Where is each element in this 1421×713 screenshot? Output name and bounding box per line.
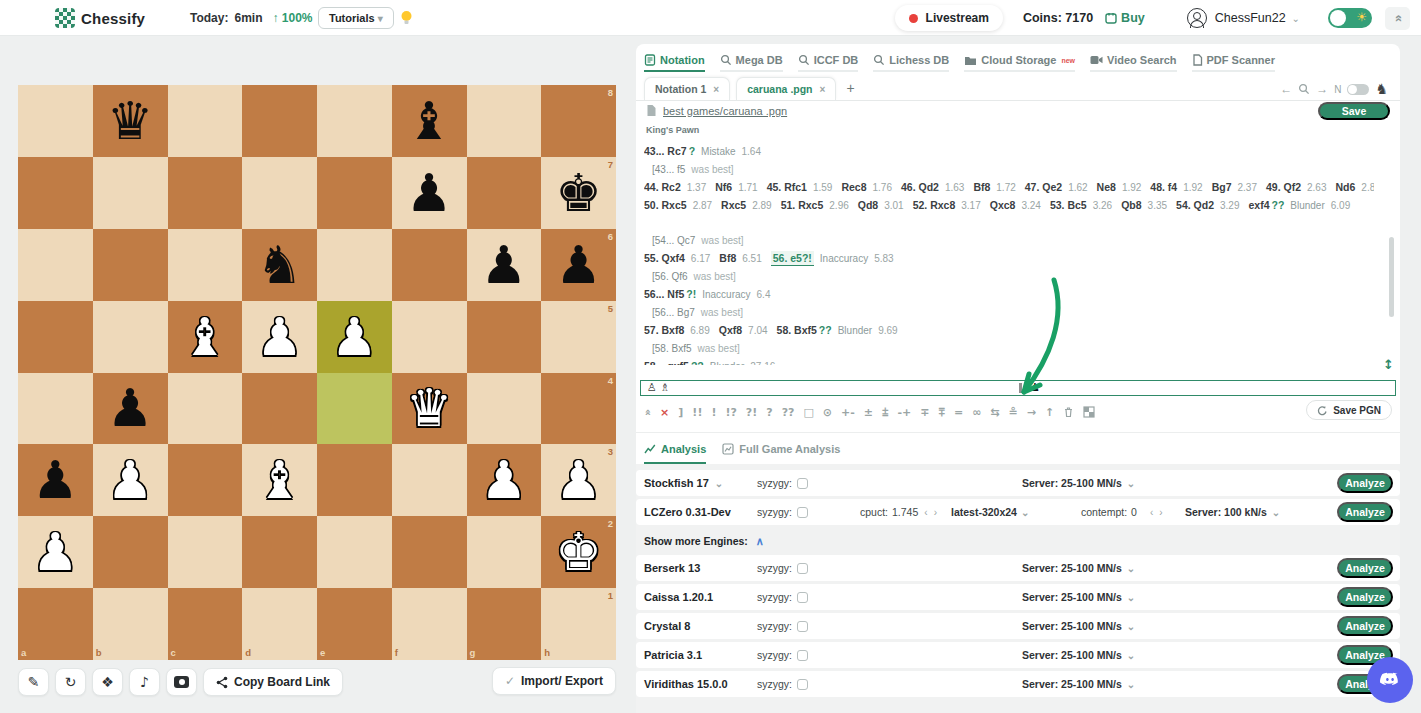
resize-handle-icon[interactable]: ↕ bbox=[1383, 357, 1394, 372]
square-h5[interactable]: 5 bbox=[541, 301, 616, 373]
promote-variation-icon[interactable]: » bbox=[641, 408, 654, 415]
server-select[interactable]: Server: 25-100 MN/s⌄ bbox=[1022, 613, 1135, 639]
current-move[interactable]: 56. e5?! bbox=[771, 251, 814, 266]
square-h4[interactable]: 4 bbox=[541, 373, 616, 445]
forward-arrow-icon[interactable]: → bbox=[1316, 82, 1328, 96]
annotation-symbol[interactable]: × bbox=[660, 406, 669, 419]
black-bishop[interactable]: ♝ bbox=[392, 85, 467, 157]
move-line: 58... gxf5??Blunder27.16 bbox=[644, 356, 1374, 365]
network-select[interactable]: latest-320x24⌄ bbox=[951, 499, 1029, 525]
white-pawn[interactable]: ♟ bbox=[93, 444, 168, 516]
square-c4[interactable] bbox=[168, 373, 243, 445]
syzygy-option: syzygy: bbox=[757, 642, 808, 668]
contempt-setting: contempt:0 bbox=[1081, 499, 1137, 525]
eval: 3.26 bbox=[1093, 200, 1112, 211]
analyze-button[interactable]: Analyze bbox=[1337, 502, 1393, 522]
move[interactable]: 47. Qe2 bbox=[1025, 181, 1062, 193]
move[interactable]: 50. Rxc5 bbox=[644, 199, 687, 211]
annotation-symbol[interactable]: ⇆ bbox=[990, 406, 999, 419]
white-pawn[interactable]: ♟ bbox=[541, 444, 616, 516]
square-a8[interactable] bbox=[18, 85, 93, 157]
coins-balance: Coins: 7170 bbox=[1023, 11, 1093, 25]
square-h2[interactable]: 2♚ bbox=[541, 516, 616, 588]
board-toolbar: ✎ ↻ ❖ ♪ Copy Board Link ✓ Import/ Export bbox=[18, 667, 616, 697]
square-b5[interactable] bbox=[93, 301, 168, 373]
server-caret-icon: ⌄ bbox=[1127, 621, 1135, 632]
tutorials-button[interactable]: Tutorials ▾ bbox=[318, 7, 394, 29]
server-caret-icon: ⌄ bbox=[1127, 592, 1135, 603]
move[interactable]: Qxc8 bbox=[990, 199, 1016, 211]
annotation-symbol[interactable]: ≗ bbox=[1009, 406, 1018, 419]
eval: 1.64 bbox=[742, 146, 761, 157]
move[interactable]: 58. Bxf5 bbox=[777, 324, 817, 336]
move-list: 43... Rc7?Mistake1.64[43... f5was best]4… bbox=[644, 141, 1374, 365]
copy-board-link-button[interactable]: Copy Board Link bbox=[203, 668, 343, 696]
square-d5[interactable]: ♟ bbox=[242, 301, 317, 373]
add-tab-button[interactable]: + bbox=[842, 80, 858, 100]
engine-name[interactable]: Patricia 3.1 bbox=[644, 642, 702, 668]
engine-row-caissa-1-20-1: Caissa 1.20.1syzygy:Server: 25-100 MN/s⌄… bbox=[636, 584, 1400, 610]
square-a3[interactable]: ♟ bbox=[18, 444, 93, 516]
move-label: Blunder bbox=[710, 361, 744, 365]
move-label: Mistake bbox=[701, 146, 735, 157]
increment-icon[interactable]: › bbox=[932, 507, 939, 518]
move[interactable]: 56... Nf5 bbox=[644, 288, 684, 300]
move[interactable]: 58... gxf5 bbox=[644, 360, 689, 365]
square-c2[interactable] bbox=[168, 516, 243, 588]
engine-name[interactable]: LCZero 0.31-Dev bbox=[644, 499, 731, 525]
square-c3[interactable] bbox=[168, 444, 243, 516]
square-e1[interactable]: e bbox=[317, 588, 392, 660]
square-g4[interactable] bbox=[467, 373, 542, 445]
square-f7[interactable]: ♟ bbox=[392, 157, 467, 229]
captured-black-pieces: ♟ bbox=[1030, 381, 1040, 394]
increment-icon[interactable]: › bbox=[1157, 507, 1164, 518]
cpuct-value[interactable]: 1.745 bbox=[892, 506, 918, 518]
analyze-button[interactable]: Analyze bbox=[1337, 473, 1393, 493]
square-a7[interactable] bbox=[18, 157, 93, 229]
syzygy-checkbox[interactable] bbox=[797, 507, 808, 518]
move[interactable]: 53. Bc5 bbox=[1050, 199, 1087, 211]
tab-label: Lichess DB bbox=[889, 54, 949, 66]
square-h3[interactable]: 3♟ bbox=[541, 444, 616, 516]
square-f8[interactable]: ♝ bbox=[392, 85, 467, 157]
square-c6[interactable] bbox=[168, 229, 243, 301]
contempt-value[interactable]: 0 bbox=[1131, 506, 1137, 518]
contempt-label: contempt: bbox=[1081, 506, 1127, 518]
square-b3[interactable]: ♟ bbox=[93, 444, 168, 516]
move-line: 56... Nf5?!Inaccuracy6.4 bbox=[644, 284, 1374, 302]
square-b2[interactable] bbox=[93, 516, 168, 588]
annotation-symbol[interactable]: ? bbox=[766, 406, 772, 419]
nag: ?? bbox=[1271, 199, 1284, 211]
eval: 1.37 bbox=[687, 182, 706, 193]
square-e8[interactable] bbox=[317, 85, 392, 157]
syzygy-checkbox[interactable] bbox=[797, 650, 808, 661]
white-queen[interactable]: ♛ bbox=[392, 373, 467, 445]
new-badge: new bbox=[1061, 57, 1075, 64]
move[interactable]: 48. f4 bbox=[1150, 181, 1177, 193]
tab-iccf-db[interactable]: ICCF DB bbox=[798, 54, 859, 72]
user-menu-caret-icon[interactable]: ⌄ bbox=[1292, 13, 1300, 24]
tab-notation[interactable]: Notation bbox=[644, 54, 705, 72]
eval: 6.17 bbox=[691, 253, 710, 264]
move[interactable]: Ne8 bbox=[1097, 181, 1116, 193]
annotation-symbol[interactable]: +- bbox=[841, 406, 855, 419]
move-line: [56. Qf6was best] bbox=[644, 266, 1374, 284]
tutorials-dropdown[interactable]: Tutorials ▾ bbox=[318, 0, 413, 36]
annotation-symbol[interactable]: !? bbox=[725, 406, 736, 419]
tab-lichess-db[interactable]: Lichess DB bbox=[873, 54, 949, 72]
white-pawn[interactable]: ♟ bbox=[18, 516, 93, 588]
move[interactable]: Qxf8 bbox=[719, 324, 742, 336]
search-notation-icon[interactable] bbox=[1298, 83, 1310, 95]
eval: 3.24 bbox=[1021, 200, 1040, 211]
black-queen[interactable]: ♛ bbox=[93, 85, 168, 157]
syzygy-checkbox[interactable] bbox=[797, 592, 808, 603]
tab-mega-db[interactable]: Mega DB bbox=[720, 54, 783, 72]
variation-move[interactable]: [56... Bg7 bbox=[652, 307, 695, 318]
black-pawn[interactable]: ♟ bbox=[467, 229, 542, 301]
square-e3[interactable] bbox=[317, 444, 392, 516]
annotation-symbol[interactable]: ] bbox=[678, 406, 683, 419]
square-f1[interactable]: f bbox=[392, 588, 467, 660]
white-pawn[interactable]: ♟ bbox=[467, 444, 542, 516]
variation-move[interactable]: [54... Qc7 bbox=[652, 235, 695, 246]
theme-toggle[interactable]: ☀ bbox=[1328, 8, 1372, 28]
toggle-knob bbox=[1330, 10, 1346, 26]
square-f2[interactable] bbox=[392, 516, 467, 588]
server-select[interactable]: Server: 25-100 MN/s⌄ bbox=[1022, 555, 1135, 581]
square-c8[interactable] bbox=[168, 85, 243, 157]
annotation-symbol[interactable]: ?! bbox=[746, 406, 757, 419]
today-value: 6min bbox=[234, 11, 262, 25]
file-label-c: c bbox=[171, 647, 176, 658]
move[interactable]: Bf8 bbox=[719, 252, 736, 264]
syzygy-option: syzygy: bbox=[757, 613, 808, 639]
eval: 1.71 bbox=[738, 182, 757, 193]
syzygy-checkbox[interactable] bbox=[797, 679, 808, 690]
tab-pdf-scanner[interactable]: PDF Scanner bbox=[1192, 54, 1275, 72]
engine-name[interactable]: Caissa 1.20.1 bbox=[644, 584, 713, 610]
annotation-symbol[interactable]: ∓ bbox=[920, 406, 929, 419]
white-pawn[interactable]: ♟ bbox=[317, 301, 392, 373]
discord-icon bbox=[1377, 667, 1403, 693]
notation-file-tabs: Notation 1×caruana .pgn×+ bbox=[644, 77, 859, 100]
import-export-button[interactable]: ✓ Import/ Export bbox=[492, 667, 616, 695]
move[interactable]: 57. Bxf8 bbox=[644, 324, 684, 336]
black-pawn[interactable]: ♟ bbox=[18, 444, 93, 516]
move[interactable]: Bf8 bbox=[973, 181, 990, 193]
eval: 6.4 bbox=[757, 289, 771, 300]
nag: ?? bbox=[691, 360, 704, 365]
square-b4[interactable]: ♟ bbox=[93, 373, 168, 445]
square-e2[interactable] bbox=[317, 516, 392, 588]
move-line: 43... Rc7?Mistake1.64 bbox=[644, 141, 1374, 159]
chess-board: ♛♝8♟7♚♞♟6♟♝♟♟5♟♛4♟♟♝♟3♟♟2♚abcdefgh1 bbox=[18, 85, 616, 660]
square-g2[interactable] bbox=[467, 516, 542, 588]
square-f6[interactable] bbox=[392, 229, 467, 301]
annotation-symbol[interactable]: -+ bbox=[897, 406, 911, 419]
piece-set-button[interactable]: ❖ bbox=[92, 668, 123, 696]
eval: 2.63 bbox=[1307, 182, 1326, 193]
move[interactable]: Nf6 bbox=[715, 181, 732, 193]
move[interactable]: exf4 bbox=[1248, 199, 1269, 211]
tab-cloud-storage[interactable]: Cloud Storagenew bbox=[964, 54, 1075, 72]
syzygy-checkbox[interactable] bbox=[797, 563, 808, 574]
black-pawn[interactable]: ♟ bbox=[93, 373, 168, 445]
black-king[interactable]: ♚ bbox=[541, 157, 616, 229]
square-e7[interactable] bbox=[317, 157, 392, 229]
variation-label: was best] bbox=[691, 164, 733, 175]
pgn-file-link[interactable]: best games/caruana .pgn bbox=[663, 105, 787, 117]
annotation-symbol[interactable]: = bbox=[954, 406, 963, 419]
move[interactable]: 51. Rxc5 bbox=[781, 199, 824, 211]
decrement-icon[interactable]: ‹ bbox=[1148, 507, 1155, 518]
square-c1[interactable]: c bbox=[168, 588, 243, 660]
tab-full-game-analysis[interactable]: Full Game Analysis bbox=[722, 433, 840, 464]
square-b1[interactable]: b bbox=[93, 588, 168, 660]
square-e6[interactable] bbox=[317, 229, 392, 301]
analyze-button[interactable]: Analyze bbox=[1337, 616, 1393, 636]
tab-label: Video Search bbox=[1107, 54, 1177, 66]
syzygy-checkbox[interactable] bbox=[797, 478, 808, 489]
annotation-symbol[interactable]: □ bbox=[803, 406, 813, 419]
white-bishop[interactable]: ♝ bbox=[168, 301, 243, 373]
move-label: Inaccuracy bbox=[702, 289, 750, 300]
figurine-toggle[interactable] bbox=[1347, 84, 1369, 95]
tab-analysis[interactable]: Analysis bbox=[644, 433, 706, 464]
syzygy-option: syzygy: bbox=[757, 555, 808, 581]
sun-icon: ☀ bbox=[1356, 10, 1367, 24]
annotation-symbol[interactable]: !! bbox=[692, 406, 702, 419]
nag: ? bbox=[689, 145, 695, 157]
black-pawn[interactable]: ♟ bbox=[392, 157, 467, 229]
eval: 1.63 bbox=[945, 182, 964, 193]
eval: 27.16 bbox=[750, 361, 775, 365]
square-d4[interactable] bbox=[242, 373, 317, 445]
delete-move-icon[interactable] bbox=[1063, 406, 1074, 418]
move[interactable]: 44. Rc2 bbox=[644, 181, 681, 193]
annotation-symbol[interactable]: → bbox=[1027, 406, 1036, 419]
engine-name[interactable]: Berserk 13 bbox=[644, 555, 700, 581]
engine-name[interactable]: Stockfish 17⌄ bbox=[644, 470, 723, 496]
eval: 3.29 bbox=[1220, 200, 1239, 211]
eval: 3.17 bbox=[961, 200, 980, 211]
square-c5[interactable]: ♝ bbox=[168, 301, 243, 373]
screenshot-button[interactable] bbox=[166, 668, 197, 696]
show-more-label: Show more Engines: bbox=[644, 535, 748, 547]
engine-row-lczero-0-31-dev: LCZero 0.31-Devsyzygy:cpuct:1.745‹›lates… bbox=[636, 499, 1400, 525]
moves-scrollbar[interactable] bbox=[1389, 237, 1394, 317]
square-c7[interactable] bbox=[168, 157, 243, 229]
buy-icon bbox=[1105, 12, 1117, 24]
black-pawn[interactable]: ♟ bbox=[541, 229, 616, 301]
figurine-knight-icon: ♞ bbox=[1375, 81, 1388, 97]
cpuct-stepper[interactable]: ‹› bbox=[922, 507, 939, 518]
square-g3[interactable]: ♟ bbox=[467, 444, 542, 516]
variation-move[interactable]: [56. Qf6 bbox=[652, 271, 688, 282]
move[interactable]: 49. Qf2 bbox=[1266, 181, 1301, 193]
annotation-symbol[interactable]: ⊙ bbox=[823, 406, 832, 419]
square-f3[interactable] bbox=[392, 444, 467, 516]
square-b8[interactable]: ♛ bbox=[93, 85, 168, 157]
annotation-symbol[interactable]: ∞ bbox=[972, 406, 981, 419]
black-knight[interactable]: ♞ bbox=[242, 229, 317, 301]
move[interactable]: Bg7 bbox=[1212, 181, 1232, 193]
eval: 2.87 bbox=[693, 200, 712, 211]
save-pgn-button[interactable]: Save PGN bbox=[1306, 400, 1392, 420]
show-more-engines[interactable]: Show more Engines:∧ bbox=[644, 531, 1400, 551]
server-label: Server: 25-100 MN/s bbox=[1022, 678, 1122, 690]
square-a1[interactable]: a bbox=[18, 588, 93, 660]
white-bishop[interactable]: ♝ bbox=[242, 444, 317, 516]
square-g7[interactable] bbox=[467, 157, 542, 229]
square-e4[interactable] bbox=[317, 373, 392, 445]
square-g5[interactable] bbox=[467, 301, 542, 373]
chessify-logo-icon bbox=[55, 8, 75, 28]
move[interactable]: 43... Rc7 bbox=[644, 145, 687, 157]
square-d2[interactable] bbox=[242, 516, 317, 588]
annotation-symbol[interactable]: ⩲ bbox=[882, 406, 888, 419]
check-icon: ✓ bbox=[505, 674, 515, 688]
white-piece-glyph: ♙ bbox=[647, 381, 657, 394]
square-d7[interactable] bbox=[242, 157, 317, 229]
square-f4[interactable]: ♛ bbox=[392, 373, 467, 445]
move[interactable]: 54. Qd2 bbox=[1176, 199, 1214, 211]
buy-button[interactable]: Buy bbox=[1105, 11, 1145, 25]
file-tab-caruana-pgn[interactable]: caruana .pgn× bbox=[736, 77, 836, 100]
square-d6[interactable]: ♞ bbox=[242, 229, 317, 301]
server-select[interactable]: Server: 25-100 MN/s⌄ bbox=[1022, 470, 1135, 496]
square-a2[interactable]: ♟ bbox=[18, 516, 93, 588]
server-caret-icon: ⌄ bbox=[1127, 650, 1135, 661]
username[interactable]: ChessFun22 bbox=[1215, 11, 1286, 25]
chevron-up-icon[interactable]: ∧ bbox=[756, 535, 764, 548]
user-avatar-icon[interactable] bbox=[1187, 8, 1207, 28]
move[interactable]: Nd6 bbox=[1335, 181, 1355, 193]
square-h1[interactable]: h1 bbox=[541, 588, 616, 660]
annotation-symbol[interactable]: ⩱ bbox=[939, 406, 945, 419]
annotation-symbol[interactable]: ?? bbox=[782, 406, 795, 419]
move-line: 57. Bxf86.89Qxf87.0458. Bxf5??Blunder9.6… bbox=[644, 320, 1374, 338]
opening-name: King's Pawn bbox=[646, 125, 699, 135]
square-d3[interactable]: ♝ bbox=[242, 444, 317, 516]
syzygy-checkbox[interactable] bbox=[797, 621, 808, 632]
move[interactable]: Qd8 bbox=[858, 199, 878, 211]
square-g6[interactable]: ♟ bbox=[467, 229, 542, 301]
engine-select-caret-icon[interactable]: ⌄ bbox=[715, 478, 723, 489]
square-g1[interactable]: g bbox=[467, 588, 542, 660]
square-a5[interactable] bbox=[18, 301, 93, 373]
server-select[interactable]: Server: 25-100 MN/s⌄ bbox=[1022, 584, 1135, 610]
server-select[interactable]: Server: 25-100 MN/s⌄ bbox=[1022, 642, 1135, 668]
rank-label-4: 4 bbox=[608, 375, 613, 386]
variation-label: was best] bbox=[701, 235, 743, 246]
syzygy-label: syzygy: bbox=[757, 506, 792, 518]
flip-board-button[interactable]: ↻ bbox=[55, 668, 86, 696]
file-tab-label: Notation 1 bbox=[655, 83, 706, 95]
discord-chat-button[interactable] bbox=[1367, 657, 1413, 703]
square-b6[interactable] bbox=[93, 229, 168, 301]
file-tab-label: caruana .pgn bbox=[747, 83, 812, 95]
line-chart-icon bbox=[644, 443, 656, 455]
square-d1[interactable]: d bbox=[242, 588, 317, 660]
captured-white-pieces: ♙♗ bbox=[647, 381, 670, 394]
analyze-button[interactable]: Analyze bbox=[1337, 558, 1393, 578]
move[interactable]: 52. Rxc8 bbox=[913, 199, 956, 211]
square-h8[interactable]: 8 bbox=[541, 85, 616, 157]
search-icon bbox=[873, 54, 885, 66]
file-label-g: g bbox=[470, 647, 476, 658]
annotation-symbol[interactable]: ± bbox=[864, 406, 873, 419]
rank-label-5: 5 bbox=[608, 303, 613, 314]
square-a6[interactable] bbox=[18, 229, 93, 301]
move[interactable]: 45. Rfc1 bbox=[767, 181, 807, 193]
server-select[interactable]: Server: 25-100 MN/s⌄ bbox=[1022, 671, 1135, 697]
move[interactable]: Rec8 bbox=[841, 181, 866, 193]
server-select[interactable]: Server: 100 kN/s⌄ bbox=[1185, 499, 1280, 525]
material-bar[interactable]: ♙♗ ♟ bbox=[640, 380, 1396, 396]
diagram-icon[interactable] bbox=[1083, 406, 1095, 418]
eval: 1.59 bbox=[813, 182, 832, 193]
sound-button[interactable]: ♪ bbox=[129, 668, 160, 696]
square-f5[interactable] bbox=[392, 301, 467, 373]
annotation-symbol[interactable]: ! bbox=[711, 406, 716, 419]
draw-pencil-button[interactable]: ✎ bbox=[18, 668, 49, 696]
server-label: Server: 25-100 MN/s bbox=[1022, 562, 1122, 574]
lightbulb-icon[interactable] bbox=[400, 10, 413, 26]
square-g8[interactable] bbox=[467, 85, 542, 157]
white-king[interactable]: ♚ bbox=[541, 516, 616, 588]
analyze-button[interactable]: Analyze bbox=[1337, 587, 1393, 607]
divider bbox=[636, 100, 1400, 101]
collapse-topbar-button[interactable]: » bbox=[1385, 7, 1410, 30]
move[interactable]: 46. Qd2 bbox=[901, 181, 939, 193]
brand[interactable]: Chessify bbox=[55, 0, 145, 36]
server-caret-icon: ⌄ bbox=[1127, 478, 1135, 489]
square-a4[interactable] bbox=[18, 373, 93, 445]
square-h7[interactable]: 7♚ bbox=[541, 157, 616, 229]
move[interactable]: Rxc5 bbox=[721, 199, 746, 211]
square-e5[interactable]: ♟ bbox=[317, 301, 392, 373]
move-line: [54... Qc7was best] bbox=[644, 230, 1374, 248]
variation-move[interactable]: [58. Bxf5 bbox=[652, 343, 691, 354]
close-tab-icon[interactable]: × bbox=[713, 84, 719, 95]
move[interactable]: 55. Qxf4 bbox=[644, 252, 685, 264]
annotation-symbol[interactable]: ↑ bbox=[1045, 406, 1054, 419]
engine-list: Stockfish 17⌄syzygy:Server: 25-100 MN/s⌄… bbox=[636, 470, 1400, 700]
variation-move[interactable]: [43... f5 bbox=[652, 164, 685, 175]
file-tab-notation-1[interactable]: Notation 1× bbox=[644, 77, 730, 100]
back-arrow-icon[interactable]: ← bbox=[1280, 82, 1292, 96]
square-h6[interactable]: 6♟ bbox=[541, 229, 616, 301]
square-d8[interactable] bbox=[242, 85, 317, 157]
tab-video-search[interactable]: Video Search bbox=[1090, 54, 1177, 72]
close-tab-icon[interactable]: × bbox=[820, 84, 826, 95]
engine-name[interactable]: Crystal 8 bbox=[644, 613, 690, 639]
livestream-button[interactable]: Livestream bbox=[895, 5, 1003, 31]
contempt-stepper[interactable]: ‹› bbox=[1148, 499, 1165, 525]
square-b7[interactable] bbox=[93, 157, 168, 229]
engine-name[interactable]: Viridithas 15.0.0 bbox=[644, 671, 728, 697]
save-button[interactable]: Save bbox=[1318, 102, 1390, 120]
white-pawn[interactable]: ♟ bbox=[242, 301, 317, 373]
move[interactable]: Qb8 bbox=[1121, 199, 1141, 211]
syzygy-label: syzygy: bbox=[757, 620, 792, 632]
folder-icon bbox=[964, 55, 977, 66]
decrement-icon[interactable]: ‹ bbox=[922, 507, 929, 518]
